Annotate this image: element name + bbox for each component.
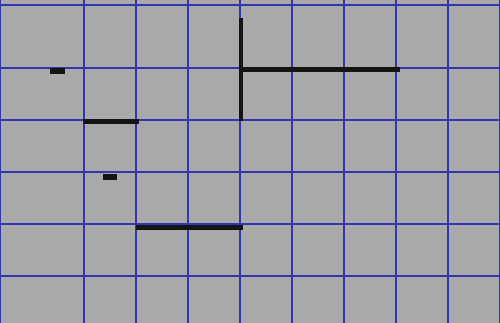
subtraction-underline-2 [136, 225, 243, 230]
graph-paper-worksheet [0, 0, 500, 323]
subtraction-underline-1 [83, 119, 139, 124]
division-bracket-horizontal-line [239, 67, 400, 72]
minus-sign-1 [50, 68, 65, 74]
minus-sign-2 [103, 174, 117, 180]
